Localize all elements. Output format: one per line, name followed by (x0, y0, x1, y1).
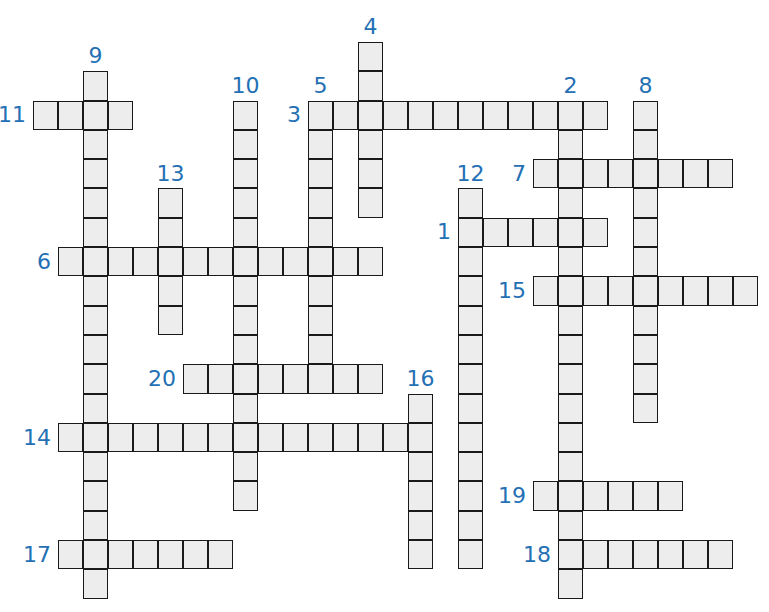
cell-10-17[interactable] (458, 335, 483, 364)
clue-number-19: 19 (498, 485, 526, 507)
cell-11-9[interactable] (258, 364, 283, 393)
cell-2-1[interactable] (58, 101, 83, 130)
cell-2-18[interactable] (483, 101, 508, 130)
cell-7-4[interactable] (133, 247, 158, 276)
cell-13-5[interactable] (158, 423, 183, 452)
cell-13-15[interactable] (408, 423, 433, 452)
cell-15-23[interactable] (608, 481, 633, 510)
cell-11-17[interactable] (458, 364, 483, 393)
cell-6-24[interactable] (633, 218, 658, 247)
cell-4-23[interactable] (608, 159, 633, 188)
crossword-board: 1137161520141917184910528131216 (0, 0, 769, 612)
cell-3-13[interactable] (358, 130, 383, 159)
cell-5-24[interactable] (633, 188, 658, 217)
cell-17-24[interactable] (633, 540, 658, 569)
cell-13-13[interactable] (358, 423, 383, 452)
cell-17-7[interactable] (208, 540, 233, 569)
cell-4-27[interactable] (708, 159, 733, 188)
cell-4-8[interactable] (233, 159, 258, 188)
cell-11-24[interactable] (633, 364, 658, 393)
cell-12-21[interactable] (558, 394, 583, 423)
cell-10-2[interactable] (83, 335, 108, 364)
cell-17-17[interactable] (458, 540, 483, 569)
cell-14-8[interactable] (233, 452, 258, 481)
cell-5-17[interactable] (458, 188, 483, 217)
cell-17-15[interactable] (408, 540, 433, 569)
cell-8-23[interactable] (608, 276, 633, 305)
cell-13-4[interactable] (133, 423, 158, 452)
cell-2-22[interactable] (583, 101, 608, 130)
cell-14-15[interactable] (408, 452, 433, 481)
cell-2-19[interactable] (508, 101, 533, 130)
cell-2-11[interactable] (308, 101, 333, 130)
clue-number-6: 6 (37, 251, 51, 273)
cell-9-24[interactable] (633, 306, 658, 335)
clue-number-1: 1 (437, 221, 451, 243)
cell-11-11[interactable] (308, 364, 333, 393)
cell-15-8[interactable] (233, 481, 258, 510)
cell-17-27[interactable] (708, 540, 733, 569)
cell-9-5[interactable] (158, 306, 183, 335)
clue-number-11: 11 (0, 104, 26, 126)
clue-number-2: 2 (564, 75, 578, 97)
cell-10-21[interactable] (558, 335, 583, 364)
cell-2-12[interactable] (333, 101, 358, 130)
cell-4-24[interactable] (633, 159, 658, 188)
cell-12-24[interactable] (633, 394, 658, 423)
cell-13-21[interactable] (558, 423, 583, 452)
cell-7-13[interactable] (358, 247, 383, 276)
cell-2-15[interactable] (408, 101, 433, 130)
clue-number-8: 8 (639, 75, 653, 97)
cell-16-21[interactable] (558, 511, 583, 540)
cell-9-17[interactable] (458, 306, 483, 335)
clue-number-18: 18 (523, 544, 551, 566)
cell-11-13[interactable] (358, 364, 383, 393)
clue-number-16: 16 (407, 368, 435, 390)
cell-7-6[interactable] (183, 247, 208, 276)
cell-5-21[interactable] (558, 188, 583, 217)
cell-17-21[interactable] (558, 540, 583, 569)
cell-13-8[interactable] (233, 423, 258, 452)
cell-7-17[interactable] (458, 247, 483, 276)
cell-11-2[interactable] (83, 364, 108, 393)
cell-8-27[interactable] (708, 276, 733, 305)
cell-7-12[interactable] (333, 247, 358, 276)
clue-number-20: 20 (148, 368, 176, 390)
cell-15-21[interactable] (558, 481, 583, 510)
cell-7-2[interactable] (83, 247, 108, 276)
cell-2-21[interactable] (558, 101, 583, 130)
cell-8-24[interactable] (633, 276, 658, 305)
cell-13-11[interactable] (308, 423, 333, 452)
cell-15-2[interactable] (83, 481, 108, 510)
cell-8-25[interactable] (658, 276, 683, 305)
cell-4-20[interactable] (533, 159, 558, 188)
cell-13-14[interactable] (383, 423, 408, 452)
clue-number-5: 5 (314, 75, 328, 97)
cell-7-3[interactable] (108, 247, 133, 276)
cell-7-5[interactable] (158, 247, 183, 276)
clue-number-10: 10 (232, 75, 260, 97)
clue-number-14: 14 (23, 427, 51, 449)
cell-11-10[interactable] (283, 364, 308, 393)
cell-16-17[interactable] (458, 511, 483, 540)
cell-15-24[interactable] (633, 481, 658, 510)
cell-7-9[interactable] (258, 247, 283, 276)
cell-2-8[interactable] (233, 101, 258, 130)
crossword-grid (33, 42, 758, 599)
cell-17-6[interactable] (183, 540, 208, 569)
clue-number-9: 9 (89, 45, 103, 67)
cell-2-17[interactable] (458, 101, 483, 130)
cell-8-22[interactable] (583, 276, 608, 305)
cell-0-13[interactable] (358, 42, 383, 71)
cell-3-21[interactable] (558, 130, 583, 159)
cell-16-2[interactable] (83, 511, 108, 540)
cell-11-12[interactable] (333, 364, 358, 393)
cell-17-3[interactable] (108, 540, 133, 569)
cell-7-7[interactable] (208, 247, 233, 276)
cell-13-1[interactable] (58, 423, 83, 452)
clue-number-13: 13 (157, 163, 185, 185)
cell-2-16[interactable] (433, 101, 458, 130)
cell-10-11[interactable] (308, 335, 333, 364)
cell-4-11[interactable] (308, 159, 333, 188)
cell-8-17[interactable] (458, 276, 483, 305)
cell-8-8[interactable] (233, 276, 258, 305)
cell-17-25[interactable] (658, 540, 683, 569)
cell-13-10[interactable] (283, 423, 308, 452)
cell-13-7[interactable] (208, 423, 233, 452)
cell-14-2[interactable] (83, 452, 108, 481)
cell-3-8[interactable] (233, 130, 258, 159)
cell-13-12[interactable] (333, 423, 358, 452)
cell-10-8[interactable] (233, 335, 258, 364)
cell-8-11[interactable] (308, 276, 333, 305)
cell-11-8[interactable] (233, 364, 258, 393)
cell-8-20[interactable] (533, 276, 558, 305)
cell-9-8[interactable] (233, 306, 258, 335)
cell-9-11[interactable] (308, 306, 333, 335)
cell-14-21[interactable] (558, 452, 583, 481)
cell-7-24[interactable] (633, 247, 658, 276)
cell-3-24[interactable] (633, 130, 658, 159)
cell-2-3[interactable] (108, 101, 133, 130)
cell-6-21[interactable] (558, 218, 583, 247)
cell-1-2[interactable] (83, 71, 108, 100)
cell-16-15[interactable] (408, 511, 433, 540)
cell-13-6[interactable] (183, 423, 208, 452)
cell-15-22[interactable] (583, 481, 608, 510)
cell-8-21[interactable] (558, 276, 583, 305)
clue-number-17: 17 (23, 544, 51, 566)
cell-9-2[interactable] (83, 306, 108, 335)
cell-6-5[interactable] (158, 218, 183, 247)
cell-6-8[interactable] (233, 218, 258, 247)
cell-6-20[interactable] (533, 218, 558, 247)
cell-5-5[interactable] (158, 188, 183, 217)
cell-5-13[interactable] (358, 188, 383, 217)
clue-number-3: 3 (287, 104, 301, 126)
cell-17-22[interactable] (583, 540, 608, 569)
cell-10-24[interactable] (633, 335, 658, 364)
cell-15-15[interactable] (408, 481, 433, 510)
cell-6-2[interactable] (83, 218, 108, 247)
cell-4-26[interactable] (683, 159, 708, 188)
cell-12-15[interactable] (408, 394, 433, 423)
cell-7-10[interactable] (283, 247, 308, 276)
cell-11-7[interactable] (208, 364, 233, 393)
clue-number-12: 12 (457, 163, 485, 185)
clue-number-4: 4 (364, 16, 378, 38)
cell-15-25[interactable] (658, 481, 683, 510)
cell-2-13[interactable] (358, 101, 383, 130)
cell-3-2[interactable] (83, 130, 108, 159)
cell-9-21[interactable] (558, 306, 583, 335)
cell-8-5[interactable] (158, 276, 183, 305)
cell-5-2[interactable] (83, 188, 108, 217)
cell-15-20[interactable] (533, 481, 558, 510)
cell-17-23[interactable] (608, 540, 633, 569)
cell-7-11[interactable] (308, 247, 333, 276)
cell-14-17[interactable] (458, 452, 483, 481)
cell-4-2[interactable] (83, 159, 108, 188)
cell-11-21[interactable] (558, 364, 583, 393)
cell-7-1[interactable] (58, 247, 83, 276)
cell-2-24[interactable] (633, 101, 658, 130)
cell-2-0[interactable] (33, 101, 58, 130)
cell-2-2[interactable] (83, 101, 108, 130)
cell-18-21[interactable] (558, 569, 583, 598)
cell-5-11[interactable] (308, 188, 333, 217)
cell-5-8[interactable] (233, 188, 258, 217)
cell-15-17[interactable] (458, 481, 483, 510)
cell-6-22[interactable] (583, 218, 608, 247)
cell-1-13[interactable] (358, 71, 383, 100)
cell-13-2[interactable] (83, 423, 108, 452)
cell-13-17[interactable] (458, 423, 483, 452)
cell-8-28[interactable] (733, 276, 758, 305)
cell-8-2[interactable] (83, 276, 108, 305)
cell-2-20[interactable] (533, 101, 558, 130)
cell-17-4[interactable] (133, 540, 158, 569)
cell-7-8[interactable] (233, 247, 258, 276)
cell-2-14[interactable] (383, 101, 408, 130)
cell-4-22[interactable] (583, 159, 608, 188)
cell-13-3[interactable] (108, 423, 133, 452)
cell-4-25[interactable] (658, 159, 683, 188)
cell-7-21[interactable] (558, 247, 583, 276)
cell-6-17[interactable] (458, 218, 483, 247)
cell-12-2[interactable] (83, 394, 108, 423)
cell-12-17[interactable] (458, 394, 483, 423)
cell-3-11[interactable] (308, 130, 333, 159)
clue-number-7: 7 (512, 163, 526, 185)
cell-6-11[interactable] (308, 218, 333, 247)
cell-17-1[interactable] (58, 540, 83, 569)
cell-13-9[interactable] (258, 423, 283, 452)
cell-8-26[interactable] (683, 276, 708, 305)
cell-17-26[interactable] (683, 540, 708, 569)
cell-12-8[interactable] (233, 394, 258, 423)
clue-number-15: 15 (498, 280, 526, 302)
cell-6-18[interactable] (483, 218, 508, 247)
cell-18-2[interactable] (83, 569, 108, 598)
cell-17-2[interactable] (83, 540, 108, 569)
cell-4-21[interactable] (558, 159, 583, 188)
cell-4-13[interactable] (358, 159, 383, 188)
cell-17-5[interactable] (158, 540, 183, 569)
cell-11-6[interactable] (183, 364, 208, 393)
cell-6-19[interactable] (508, 218, 533, 247)
